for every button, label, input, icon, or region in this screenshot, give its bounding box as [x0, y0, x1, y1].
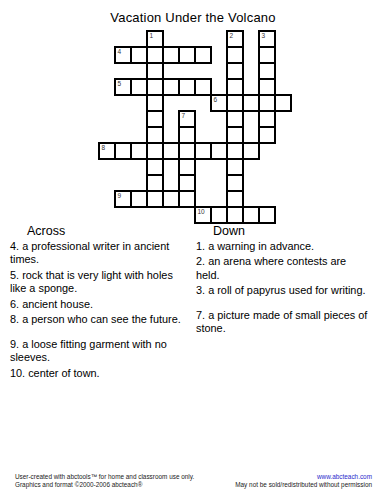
clue-text: a person who can see the future.	[22, 313, 181, 325]
clue-number: 4.	[10, 240, 19, 252]
clue-text: a warning in advance.	[208, 240, 314, 252]
clue-item: 7. a picture made of small pieces of sto…	[196, 309, 384, 336]
cell-number: 1	[150, 32, 154, 39]
clue-number: 1.	[196, 240, 205, 252]
grid-cell[interactable]	[258, 126, 276, 144]
cell-number: 2	[230, 32, 234, 39]
clue-text: an arena where contests are held.	[196, 255, 346, 280]
clue-item: 3. a roll of papyrus used for writing.	[196, 284, 384, 297]
grid-cell[interactable]	[274, 94, 292, 112]
cell-number: 8	[102, 144, 106, 151]
clue-text: center of town.	[28, 367, 99, 379]
clue-number: 9.	[10, 338, 19, 350]
across-clue-list: 4. a professional writer in ancient time…	[10, 240, 198, 380]
crossword-grid: 12345678910	[99, 31, 291, 223]
clue-number: 10.	[10, 367, 25, 379]
page-title: Vacation Under the Volcano	[0, 10, 386, 25]
clue-number: 6.	[10, 298, 19, 310]
clue-item: 9. a loose fitting garment with no sleev…	[10, 338, 198, 365]
across-clues-section: Across 4. a professional writer in ancie…	[10, 224, 198, 382]
clue-text: a professional writer in ancient times.	[10, 240, 169, 265]
down-clue-list: 1. a warning in advance.2. an arena wher…	[196, 240, 384, 336]
cell-number: 3	[262, 32, 266, 39]
footer-usage-note: User-created with abctools™ for home and…	[15, 473, 194, 480]
clue-number: 7.	[196, 309, 205, 321]
clue-number: 8.	[10, 313, 19, 325]
cell-number: 7	[182, 112, 186, 119]
grid-cell[interactable]	[194, 46, 212, 64]
clue-item: 6. ancient house.	[10, 298, 198, 311]
clue-item: 10. center of town.	[10, 367, 198, 380]
cell-number: 6	[214, 96, 218, 103]
footer-copyright: Graphics and format ©2000-2006 abcteach®	[15, 481, 142, 488]
cell-number: 4	[118, 48, 122, 55]
footer-permission-note: May not be sold/redistributed without pe…	[235, 481, 372, 488]
down-clues-section: Down 1. a warning in advance.2. an arena…	[196, 224, 384, 338]
across-header: Across	[27, 224, 198, 238]
clue-text: a loose fitting garment with no sleeves.	[10, 338, 167, 363]
clue-item: 2. an arena where contests are held.	[196, 255, 384, 282]
clue-item: 4. a professional writer in ancient time…	[10, 240, 198, 267]
cell-number: 9	[118, 192, 122, 199]
clue-text: rock that is very light with holes like …	[10, 269, 173, 294]
clue-item: 8. a person who can see the future.	[10, 313, 198, 326]
clue-number: 5.	[10, 269, 19, 281]
abcteach-link[interactable]: www.abcteach.com	[235, 473, 372, 481]
grid-cell[interactable]	[258, 206, 276, 224]
footer-left: User-created with abctools™ for home and…	[15, 473, 194, 488]
grid-cell[interactable]	[242, 142, 260, 160]
clue-item: 1. a warning in advance.	[196, 240, 384, 253]
clue-number: 3.	[196, 284, 205, 296]
clue-item: 5. rock that is very light with holes li…	[10, 269, 198, 296]
clue-text: ancient house.	[22, 298, 93, 310]
cell-number: 5	[118, 80, 122, 87]
down-header: Down	[213, 224, 384, 238]
footer-right: www.abcteach.com May not be sold/redistr…	[235, 473, 372, 488]
clue-text: a roll of papyrus used for writing.	[208, 284, 365, 296]
clue-text: a picture made of small pieces of stone.	[196, 309, 367, 334]
cell-number: 10	[198, 208, 205, 215]
clue-number: 2.	[196, 255, 205, 267]
